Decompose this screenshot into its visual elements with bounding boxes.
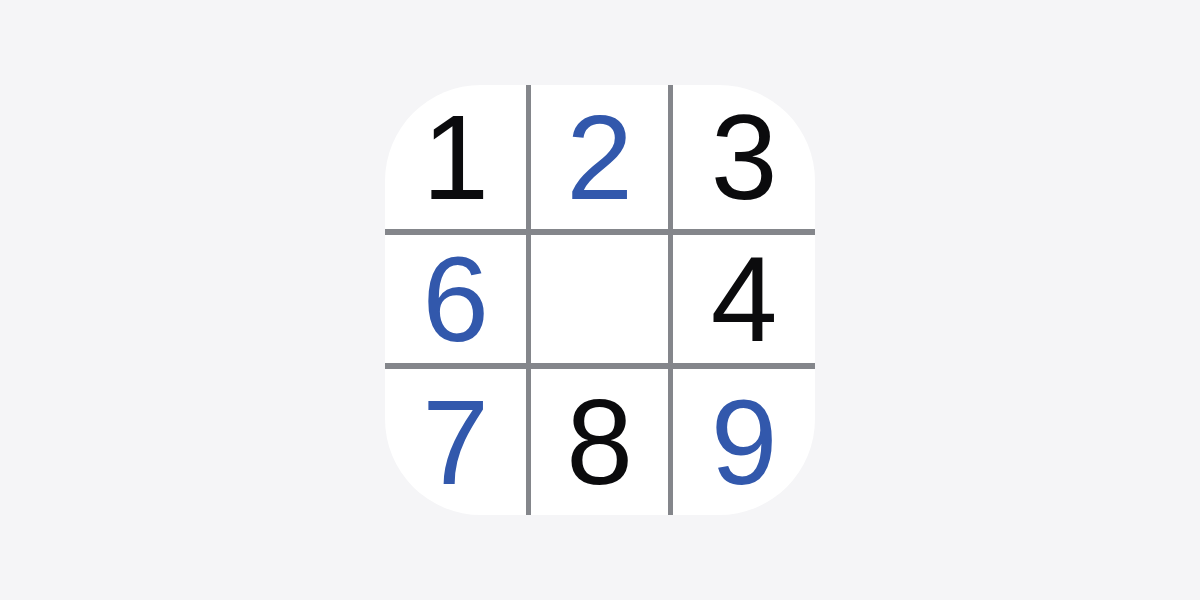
cell-r2c2-empty xyxy=(531,235,668,363)
app-store-background: 1 2 3 6 4 7 8 9 xyxy=(0,0,1200,600)
cell-r1c2: 2 xyxy=(531,85,668,229)
digit-2: 2 xyxy=(566,97,633,217)
digit-4: 4 xyxy=(711,239,778,359)
digit-9: 9 xyxy=(711,382,778,502)
cell-r1c1: 1 xyxy=(385,85,526,229)
cell-r2c3: 4 xyxy=(673,235,815,363)
digit-3: 3 xyxy=(711,97,778,217)
cell-r3c2: 8 xyxy=(531,369,668,515)
sudoku-app-icon: 1 2 3 6 4 7 8 9 xyxy=(385,85,815,515)
cell-r2c1: 6 xyxy=(385,235,526,363)
digit-1: 1 xyxy=(422,97,489,217)
digit-7: 7 xyxy=(422,382,489,502)
digit-8: 8 xyxy=(566,382,633,502)
cell-r3c1: 7 xyxy=(385,369,526,515)
cell-r3c3: 9 xyxy=(673,369,815,515)
cell-r1c3: 3 xyxy=(673,85,815,229)
digit-6: 6 xyxy=(422,239,489,359)
